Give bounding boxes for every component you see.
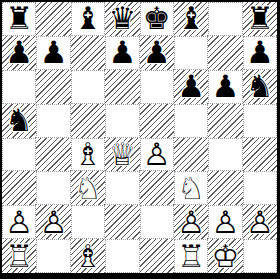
black-pawn-glyph: ♟ [212, 71, 240, 102]
black-pawn-glyph: ♟ [5, 37, 33, 68]
black-pawn: ♟ [37, 37, 69, 69]
square-g1[interactable]: ♚♔ [208, 239, 242, 273]
square-f1[interactable]: ♜♖ [174, 239, 208, 273]
square-h3[interactable] [243, 171, 277, 205]
square-c4[interactable]: ♝♗ [71, 138, 105, 172]
square-h4[interactable] [243, 138, 277, 172]
square-b8[interactable] [36, 2, 70, 36]
square-e5[interactable] [140, 104, 174, 138]
square-c3[interactable]: ♞♘ [71, 171, 105, 205]
white-queen-glyph: ♕ [108, 139, 136, 170]
white-king-glyph: ♔ [212, 241, 240, 272]
square-e8[interactable]: ♚ [140, 2, 174, 36]
square-f5[interactable] [174, 104, 208, 138]
square-g4[interactable] [208, 138, 242, 172]
black-bishop-glyph: ♝ [74, 3, 102, 34]
square-h6[interactable]: ♞ [243, 70, 277, 104]
white-pawn-glyph: ♙ [5, 207, 33, 238]
square-c5[interactable] [71, 104, 105, 138]
white-pawn-glyph: ♙ [212, 207, 240, 238]
square-h7[interactable]: ♟ [243, 36, 277, 70]
square-d2[interactable] [105, 205, 139, 239]
square-a6[interactable] [2, 70, 36, 104]
white-knight: ♞♘ [71, 171, 105, 205]
square-e4[interactable]: ♟♙ [140, 138, 174, 172]
square-e1[interactable] [140, 239, 174, 273]
white-bishop: ♝♗ [71, 239, 105, 273]
square-e2[interactable] [140, 205, 174, 239]
chess-board: ♜♝♛♚♝♜♟♟♟♟♟♟♟♞♞♝♗♛♕♟♙♞♘♞♘♟♙♟♙♟♙♟♙♟♙♜♖♝♗♜… [0, 0, 280, 279]
square-b3[interactable] [36, 171, 70, 205]
square-d3[interactable] [105, 171, 139, 205]
square-h1[interactable] [243, 239, 277, 273]
black-pawn-glyph: ♟ [143, 37, 171, 68]
black-king-glyph: ♚ [143, 3, 171, 34]
black-rook-glyph: ♜ [246, 3, 274, 34]
square-a5[interactable]: ♞ [2, 104, 36, 138]
chess-diagram: ♜♝♛♚♝♜♟♟♟♟♟♟♟♞♞♝♗♛♕♟♙♞♘♞♘♟♙♟♙♟♙♟♙♟♙♜♖♝♗♜… [0, 0, 280, 279]
square-e6[interactable] [140, 70, 174, 104]
white-king: ♚♔ [208, 239, 242, 273]
white-bishop: ♝♗ [72, 139, 104, 171]
black-pawn: ♟ [106, 37, 138, 69]
black-pawn: ♟ [140, 36, 174, 70]
black-pawn-glyph: ♟ [108, 37, 136, 68]
square-g5[interactable] [208, 104, 242, 138]
square-b5[interactable] [36, 104, 70, 138]
square-b6[interactable] [36, 70, 70, 104]
square-b2[interactable]: ♟♙ [36, 205, 70, 239]
white-pawn: ♟♙ [209, 206, 241, 238]
black-rook: ♜ [3, 3, 35, 35]
black-pawn: ♟ [174, 70, 208, 104]
black-pawn-glyph: ♟ [40, 37, 68, 68]
black-pawn: ♟ [244, 37, 276, 69]
black-rook-glyph: ♜ [5, 3, 33, 34]
square-b4[interactable] [36, 138, 70, 172]
square-c8[interactable]: ♝ [71, 2, 105, 36]
black-pawn: ♟ [209, 71, 241, 103]
white-rook: ♜♖ [2, 239, 36, 273]
square-b1[interactable] [36, 239, 70, 273]
square-f8[interactable]: ♝ [174, 2, 208, 36]
white-pawn: ♟♙ [36, 205, 70, 239]
white-bishop-glyph: ♗ [74, 241, 102, 272]
white-pawn: ♟♙ [141, 139, 173, 171]
square-a2[interactable]: ♟♙ [2, 205, 36, 239]
white-knight-glyph: ♘ [74, 173, 102, 204]
square-d1[interactable] [105, 239, 139, 273]
square-a4[interactable] [2, 138, 36, 172]
white-pawn-glyph: ♙ [246, 207, 274, 238]
square-h2[interactable]: ♟♙ [243, 205, 277, 239]
black-pawn: ♟ [2, 36, 36, 70]
black-pawn-glyph: ♟ [246, 37, 274, 68]
square-a1[interactable]: ♜♖ [2, 239, 36, 273]
square-e7[interactable]: ♟ [140, 36, 174, 70]
white-rook-glyph: ♖ [5, 241, 33, 272]
black-knight: ♞ [2, 104, 36, 138]
black-rook: ♜ [243, 2, 277, 36]
square-f4[interactable] [174, 138, 208, 172]
square-a8[interactable]: ♜ [2, 2, 36, 36]
black-knight-glyph: ♞ [5, 105, 33, 136]
square-g6[interactable]: ♟ [208, 70, 242, 104]
square-c6[interactable] [71, 70, 105, 104]
square-d4[interactable]: ♛♕ [105, 138, 139, 172]
white-pawn: ♟♙ [243, 205, 277, 239]
white-pawn: ♟♙ [174, 205, 208, 239]
square-f6[interactable]: ♟ [174, 70, 208, 104]
square-e3[interactable] [140, 171, 174, 205]
square-g3[interactable] [208, 171, 242, 205]
square-h5[interactable] [243, 104, 277, 138]
white-knight: ♞♘ [175, 172, 207, 204]
square-d6[interactable] [105, 70, 139, 104]
black-knight-glyph: ♞ [246, 71, 274, 102]
square-d8[interactable]: ♛ [105, 2, 139, 36]
white-bishop-glyph: ♗ [74, 139, 102, 170]
black-bishop: ♝ [72, 3, 104, 35]
square-b7[interactable]: ♟ [36, 36, 70, 70]
square-a3[interactable] [2, 171, 36, 205]
black-bishop: ♝ [174, 2, 208, 36]
white-pawn-glyph: ♙ [177, 207, 205, 238]
square-g8[interactable] [208, 2, 242, 36]
square-c7[interactable] [71, 36, 105, 70]
square-g2[interactable]: ♟♙ [208, 205, 242, 239]
white-pawn-glyph: ♙ [40, 207, 68, 238]
square-f7[interactable] [174, 36, 208, 70]
square-c2[interactable] [71, 205, 105, 239]
square-f2[interactable]: ♟♙ [174, 205, 208, 239]
black-knight: ♞ [243, 70, 277, 104]
white-rook-glyph: ♖ [177, 241, 205, 272]
square-g7[interactable] [208, 36, 242, 70]
black-pawn-glyph: ♟ [177, 71, 205, 102]
white-pawn-glyph: ♙ [143, 139, 171, 170]
white-rook: ♜♖ [175, 240, 207, 272]
black-king: ♚ [141, 3, 173, 35]
white-queen: ♛♕ [105, 138, 139, 172]
square-c1[interactable]: ♝♗ [71, 239, 105, 273]
square-a7[interactable]: ♟ [2, 36, 36, 70]
white-knight-glyph: ♘ [177, 173, 205, 204]
white-pawn: ♟♙ [3, 206, 35, 238]
square-h8[interactable]: ♜ [243, 2, 277, 36]
square-d5[interactable] [105, 104, 139, 138]
square-d7[interactable]: ♟ [105, 36, 139, 70]
black-queen-glyph: ♛ [108, 3, 136, 34]
black-bishop-glyph: ♝ [177, 3, 205, 34]
square-f3[interactable]: ♞♘ [174, 171, 208, 205]
black-queen: ♛ [105, 2, 139, 36]
